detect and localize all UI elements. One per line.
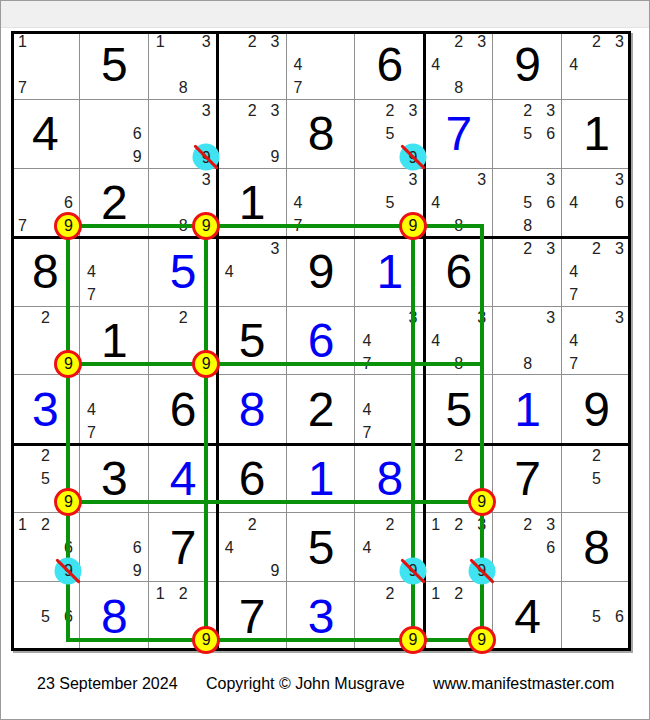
- solved-digit: 3: [32, 386, 59, 434]
- pencil-mark: 2: [585, 238, 608, 261]
- cell-r2c2[interactable]: 69: [80, 100, 149, 169]
- cell-r4c4[interactable]: 34: [218, 238, 287, 307]
- pencil-mark: 3: [264, 31, 287, 54]
- chain-node-9: 9: [468, 488, 496, 516]
- pencil-mark: 3: [195, 100, 218, 123]
- cell-r8c4[interactable]: 249: [218, 513, 287, 582]
- pencil-mark: 4: [355, 398, 378, 421]
- given-digit: 8: [32, 248, 59, 296]
- given-digit: 9: [514, 41, 541, 89]
- cell-r2c8[interactable]: 2356: [493, 100, 562, 169]
- cell-r3c1[interactable]: 679: [11, 169, 80, 238]
- pencil-mark: 2: [172, 307, 195, 330]
- solved-digit: 1: [514, 386, 541, 434]
- pencil-grid: 2356: [493, 100, 562, 169]
- chain-line-horizontal: [66, 362, 483, 366]
- pencil-mark: 1: [149, 31, 172, 54]
- chain-node-9: 9: [399, 212, 427, 240]
- pencil-mark: 7: [11, 77, 34, 100]
- cell-r1c5[interactable]: 47: [287, 31, 356, 100]
- given-digit: 8: [308, 110, 335, 158]
- chain-node-9: 9: [192, 626, 220, 654]
- pencil-mark: 9: [126, 559, 149, 582]
- pencil-grid: 47: [287, 31, 356, 100]
- pencil-mark: 4: [424, 54, 447, 77]
- pencil-mark: 2: [516, 238, 539, 261]
- pencil-mark: 2: [378, 100, 401, 123]
- pencil-mark: 2: [447, 582, 470, 605]
- pencil-grid: 679: [11, 169, 80, 238]
- eliminated-candidate-9: 9: [193, 144, 220, 171]
- pencil-mark: 3: [401, 169, 424, 192]
- pencil-grid: 23: [218, 31, 287, 100]
- given-digit: 4: [514, 593, 541, 641]
- pencil-grid: 39: [149, 100, 218, 169]
- pencil-mark: 5: [516, 192, 539, 215]
- pencil-mark: 3: [539, 100, 562, 123]
- box-border-horizontal: [11, 443, 631, 446]
- pencil-mark: 4: [218, 261, 241, 284]
- pencil-mark: 4: [355, 536, 378, 559]
- solved-digit: 8: [377, 455, 404, 503]
- pencil-mark: 9: [264, 146, 287, 169]
- pencil-mark: 2: [34, 444, 57, 467]
- box-border-horizontal: [11, 236, 631, 239]
- solved-digit: 4: [170, 455, 197, 503]
- given-digit: 9: [308, 248, 335, 296]
- cell-r2c1[interactable]: 4: [11, 100, 80, 169]
- solved-digit: 5: [170, 248, 197, 296]
- pencil-mark: 2: [241, 100, 264, 123]
- eliminated-candidate-9: 9: [399, 557, 426, 584]
- pencil-mark: 3: [539, 513, 562, 536]
- solved-digit: 7: [445, 110, 472, 158]
- pencil-mark: 7: [562, 284, 585, 307]
- cell-r3c9[interactable]: 346: [562, 169, 631, 238]
- pencil-grid: 2359: [355, 100, 424, 169]
- footer-date: 23 September 2024: [37, 675, 178, 692]
- pencil-mark: 1: [11, 513, 34, 536]
- pencil-mark: 1: [424, 513, 447, 536]
- pencil-grid: 234: [562, 31, 631, 100]
- pencil-mark: 3: [539, 238, 562, 261]
- pencil-mark: 2: [585, 31, 608, 54]
- given-digit: 5: [239, 317, 266, 365]
- cell-r1c6[interactable]: 6: [355, 31, 424, 100]
- pencil-mark: 4: [80, 398, 103, 421]
- pencil-mark: 2: [378, 513, 401, 536]
- pencil-grid: 239: [218, 100, 287, 169]
- pencil-mark: 2: [34, 307, 57, 330]
- pencil-mark: 8: [447, 77, 470, 100]
- given-digit: 1: [583, 110, 610, 158]
- pencil-grid: 138: [149, 31, 218, 100]
- pencil-mark: 7: [80, 421, 103, 444]
- pencil-mark: 7: [80, 284, 103, 307]
- pencil-mark: 2: [34, 513, 57, 536]
- pencil-mark: 6: [126, 536, 149, 559]
- chain-line-horizontal: [66, 500, 483, 504]
- pencil-mark: 1: [149, 582, 172, 605]
- chain-node-9: 9: [192, 212, 220, 240]
- pencil-mark: 3: [195, 31, 218, 54]
- pencil-mark: 4: [562, 261, 585, 284]
- given-digit: 8: [583, 524, 610, 572]
- box-border-vertical: [216, 31, 219, 651]
- cell-r5c9[interactable]: 347: [562, 307, 631, 376]
- pencil-mark: 3: [195, 169, 218, 192]
- pencil-mark: 2: [447, 31, 470, 54]
- pencil-mark: 6: [126, 123, 149, 146]
- pencil-grid: 47: [80, 238, 149, 307]
- pencil-mark: 4: [562, 54, 585, 77]
- given-digit: 6: [170, 386, 197, 434]
- given-digit: 1: [101, 317, 128, 365]
- cell-r1c7[interactable]: 2348: [424, 31, 493, 100]
- box-border-horizontal: [11, 31, 631, 34]
- pencil-mark: 3: [539, 307, 562, 330]
- eliminated-candidate-9: 9: [468, 557, 495, 584]
- pencil-mark: 3: [401, 100, 424, 123]
- cell-r5c8[interactable]: 38: [493, 307, 562, 376]
- pencil-mark: 6: [539, 536, 562, 559]
- pencil-mark: 5: [34, 605, 57, 628]
- given-digit: 9: [583, 386, 610, 434]
- pencil-mark: 5: [378, 192, 401, 215]
- pencil-mark: 1: [11, 31, 34, 54]
- solved-digit: 8: [101, 593, 128, 641]
- chain-line-vertical: [204, 224, 208, 641]
- pencil-mark: 2: [447, 513, 470, 536]
- pencil-grid: 25: [562, 444, 631, 513]
- pencil-mark: 4: [218, 536, 241, 559]
- pencil-grid: 17: [11, 31, 80, 100]
- cell-r1c8[interactable]: 9: [493, 31, 562, 100]
- eliminated-candidate-9: 9: [399, 144, 426, 171]
- given-digit: 5: [445, 386, 472, 434]
- pencil-grid: 236: [493, 513, 562, 582]
- given-digit: 1: [239, 179, 266, 227]
- chain-node-9: 9: [468, 626, 496, 654]
- pencil-mark: 5: [585, 467, 608, 490]
- cell-r6c9[interactable]: 9: [562, 375, 631, 444]
- given-digit: 7: [514, 455, 541, 503]
- pencil-grid: 34: [218, 238, 287, 307]
- pencil-mark: 5: [378, 123, 401, 146]
- box-border-vertical: [423, 31, 426, 651]
- given-digit: 2: [101, 179, 128, 227]
- pencil-grid: 2347: [562, 238, 631, 307]
- given-digit: 3: [101, 455, 128, 503]
- cell-r1c1[interactable]: 17: [11, 31, 80, 100]
- cell-r1c4[interactable]: 23: [218, 31, 287, 100]
- footer-website: www.manifestmaster.com: [433, 675, 614, 692]
- pencil-grid: 38: [493, 307, 562, 376]
- cell-r1c9[interactable]: 234: [562, 31, 631, 100]
- given-digit: 7: [170, 524, 197, 572]
- given-digit: 5: [308, 524, 335, 572]
- solved-digit: 8: [239, 386, 266, 434]
- pencil-mark: 2: [378, 582, 401, 605]
- sudoku-board: 1751382347623489234469392398235972356167…: [11, 31, 631, 651]
- pencil-grid: 346: [562, 169, 631, 238]
- pencil-mark: 2: [516, 513, 539, 536]
- pencil-grid: 56: [562, 582, 631, 651]
- pencil-mark: 2: [172, 582, 195, 605]
- pencil-grid: 2348: [424, 31, 493, 100]
- cell-r2c3[interactable]: 39: [149, 100, 218, 169]
- cell-r2c7[interactable]: 7: [424, 100, 493, 169]
- pencil-mark: 3: [539, 169, 562, 192]
- pencil-mark: 6: [539, 192, 562, 215]
- pencil-mark: 3: [264, 238, 287, 261]
- chain-node-9: 9: [54, 488, 82, 516]
- pencil-mark: 4: [562, 330, 585, 353]
- cell-r6c4[interactable]: 8: [218, 375, 287, 444]
- pencil-mark: 4: [424, 330, 447, 353]
- cell-r3c8[interactable]: 3568: [493, 169, 562, 238]
- solved-digit: 3: [308, 593, 335, 641]
- eliminated-candidate-9: 9: [55, 557, 82, 584]
- cell-r8c2[interactable]: 69: [80, 513, 149, 582]
- window-titlebar: [1, 1, 649, 28]
- pencil-mark: 8: [516, 352, 539, 375]
- cell-r7c8[interactable]: 7: [493, 444, 562, 513]
- pencil-mark: 2: [447, 444, 470, 467]
- pencil-grid: 69: [80, 513, 149, 582]
- footer: 23 September 2024 Copyright © John Musgr…: [37, 675, 614, 693]
- pencil-mark: 4: [80, 261, 103, 284]
- given-digit: 4: [32, 110, 59, 158]
- pencil-grid: 47: [80, 375, 149, 444]
- box-border-vertical: [628, 31, 631, 651]
- pencil-mark: 2: [241, 31, 264, 54]
- pencil-mark: 2: [241, 513, 264, 536]
- cell-r8c5[interactable]: 5: [287, 513, 356, 582]
- cell-r2c9[interactable]: 1: [562, 100, 631, 169]
- cell-r4c8[interactable]: 23: [493, 238, 562, 307]
- chain-node-9: 9: [54, 350, 82, 378]
- pencil-mark: 5: [34, 467, 57, 490]
- solved-digit: 6: [308, 317, 335, 365]
- pencil-mark: 1: [424, 582, 447, 605]
- cell-r9c9[interactable]: 56: [562, 582, 631, 651]
- cell-r2c6[interactable]: 2359: [355, 100, 424, 169]
- footer-copyright: Copyright © John Musgrave: [206, 675, 405, 692]
- cell-r2c4[interactable]: 239: [218, 100, 287, 169]
- pencil-mark: 7: [355, 421, 378, 444]
- given-digit: 5: [101, 41, 128, 89]
- given-digit: 6: [239, 455, 266, 503]
- pencil-mark: 7: [287, 77, 310, 100]
- chain-node-9: 9: [399, 626, 427, 654]
- pencil-mark: 2: [585, 444, 608, 467]
- cell-r8c8[interactable]: 236: [493, 513, 562, 582]
- given-digit: 7: [239, 593, 266, 641]
- pencil-mark: 5: [585, 605, 608, 628]
- pencil-mark: 5: [516, 123, 539, 146]
- solved-digit: 1: [377, 248, 404, 296]
- cell-r9c8[interactable]: 4: [493, 582, 562, 651]
- cell-r7c9[interactable]: 25: [562, 444, 631, 513]
- cell-r4c2[interactable]: 47: [80, 238, 149, 307]
- given-digit: 2: [308, 386, 335, 434]
- cell-r6c5[interactable]: 2: [287, 375, 356, 444]
- pencil-mark: 4: [424, 192, 447, 215]
- pencil-mark: 7: [11, 215, 34, 238]
- pencil-mark: 6: [539, 123, 562, 146]
- given-digit: 6: [445, 248, 472, 296]
- elimination-slash-icon: [469, 558, 494, 583]
- pencil-mark: 7: [562, 352, 585, 375]
- cell-r4c5[interactable]: 9: [287, 238, 356, 307]
- pencil-grid: 3568: [493, 169, 562, 238]
- cell-r2c5[interactable]: 8: [287, 100, 356, 169]
- pencil-mark: 8: [172, 77, 195, 100]
- cell-r4c9[interactable]: 2347: [562, 238, 631, 307]
- pencil-mark: 3: [470, 169, 493, 192]
- pencil-mark: 4: [355, 330, 378, 353]
- pencil-mark: 9: [264, 559, 287, 582]
- cell-r6c8[interactable]: 1: [493, 375, 562, 444]
- elimination-slash-icon: [400, 558, 425, 583]
- solved-digit: 1: [308, 455, 335, 503]
- pencil-mark: 9: [126, 146, 149, 169]
- elimination-slash-icon: [400, 145, 425, 170]
- cell-r8c9[interactable]: 8: [562, 513, 631, 582]
- pencil-mark: 3: [264, 100, 287, 123]
- chain-node-9: 9: [192, 350, 220, 378]
- pencil-grid: 249: [218, 513, 287, 582]
- elimination-slash-icon: [56, 558, 81, 583]
- pencil-mark: 2: [516, 100, 539, 123]
- pencil-mark: 3: [470, 31, 493, 54]
- chain-node-9: 9: [54, 212, 82, 240]
- pencil-mark: 4: [287, 54, 310, 77]
- pencil-grid: 23: [493, 238, 562, 307]
- pencil-mark: 4: [287, 192, 310, 215]
- cell-r6c2[interactable]: 47: [80, 375, 149, 444]
- cell-r1c2[interactable]: 5: [80, 31, 149, 100]
- box-border-horizontal: [11, 648, 631, 651]
- box-border-vertical: [11, 31, 14, 651]
- pencil-grid: 347: [562, 307, 631, 376]
- elimination-slash-icon: [193, 145, 218, 170]
- cell-r1c3[interactable]: 138: [149, 31, 218, 100]
- given-digit: 6: [377, 41, 404, 89]
- pencil-grid: 69: [80, 100, 149, 169]
- pencil-mark: 4: [562, 192, 585, 215]
- pencil-mark: 8: [516, 215, 539, 238]
